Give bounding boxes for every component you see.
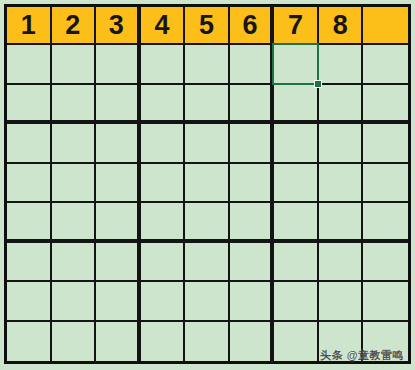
- grid-cell-r5-c3[interactable]: [96, 203, 141, 243]
- header-cell-5[interactable]: 5: [185, 7, 230, 45]
- grid-cell-r7-c9[interactable]: [363, 282, 408, 322]
- grid-cell-r8-c3[interactable]: [96, 322, 141, 362]
- grid-cell-r8-c1[interactable]: [7, 322, 52, 362]
- grid-cell-r1-c6[interactable]: [230, 45, 275, 85]
- grid-cell-r3-c6[interactable]: [230, 124, 275, 164]
- header-cell-9[interactable]: [363, 7, 408, 45]
- grid-cell-r8-c7[interactable]: [274, 322, 319, 362]
- grid-cell-r3-c5[interactable]: [185, 124, 230, 164]
- grid-cell-r2-c7[interactable]: [274, 85, 319, 125]
- grid-cell-r2-c5[interactable]: [185, 85, 230, 125]
- grid-cell-r1-c5[interactable]: [185, 45, 230, 85]
- grid-cell-r5-c8[interactable]: [319, 203, 364, 243]
- grid-cell-r7-c5[interactable]: [185, 282, 230, 322]
- grid-cell-r1-c3[interactable]: [96, 45, 141, 85]
- grid-cell-r6-c2[interactable]: [52, 243, 97, 283]
- grid-cell-r5-c7[interactable]: [274, 203, 319, 243]
- grid-cell-r2-c3[interactable]: [96, 85, 141, 125]
- grid-cell-r4-c5[interactable]: [185, 164, 230, 204]
- grid-cell-r3-c2[interactable]: [52, 124, 97, 164]
- grid-cell-r5-c9[interactable]: [363, 203, 408, 243]
- grid-cell-r1-c7[interactable]: [274, 45, 319, 85]
- grid-cell-r8-c4[interactable]: [141, 322, 186, 362]
- grid-cell-r4-c3[interactable]: [96, 164, 141, 204]
- number-grid-board: 12345678: [4, 4, 411, 364]
- grid-cell-r4-c1[interactable]: [7, 164, 52, 204]
- grid-cell-r6-c6[interactable]: [230, 243, 275, 283]
- grid-cell-r1-c1[interactable]: [7, 45, 52, 85]
- header-cell-1[interactable]: 1: [7, 7, 52, 45]
- grid-cell-r6-c9[interactable]: [363, 243, 408, 283]
- grid-cell-r7-c8[interactable]: [319, 282, 364, 322]
- grid-cell-r7-c3[interactable]: [96, 282, 141, 322]
- header-cell-2[interactable]: 2: [52, 7, 97, 45]
- grid-cell-r7-c4[interactable]: [141, 282, 186, 322]
- header-cell-6[interactable]: 6: [230, 7, 275, 45]
- grid-cell-r3-c4[interactable]: [141, 124, 186, 164]
- grid-cell-r4-c2[interactable]: [52, 164, 97, 204]
- grid-cell-r3-c7[interactable]: [274, 124, 319, 164]
- grid-cell-r2-c9[interactable]: [363, 85, 408, 125]
- grid-cell-r6-c8[interactable]: [319, 243, 364, 283]
- grid-cell-r5-c6[interactable]: [230, 203, 275, 243]
- grid-cell-r1-c4[interactable]: [141, 45, 186, 85]
- grid-cell-r8-c2[interactable]: [52, 322, 97, 362]
- grid-cell-r6-c1[interactable]: [7, 243, 52, 283]
- grid-cell-r8-c5[interactable]: [185, 322, 230, 362]
- grid-cell-r2-c2[interactable]: [52, 85, 97, 125]
- grid-cell-r7-c1[interactable]: [7, 282, 52, 322]
- grid-cell-r4-c7[interactable]: [274, 164, 319, 204]
- grid-cell-r1-c9[interactable]: [363, 45, 408, 85]
- grid-cell-r4-c9[interactable]: [363, 164, 408, 204]
- grid-cell-r4-c8[interactable]: [319, 164, 364, 204]
- grid-cell-r3-c3[interactable]: [96, 124, 141, 164]
- grid-cell-r1-c8[interactable]: [319, 45, 364, 85]
- grid-cell-r6-c3[interactable]: [96, 243, 141, 283]
- grid-cell-r2-c8[interactable]: [319, 85, 364, 125]
- grid-cell-r3-c9[interactable]: [363, 124, 408, 164]
- watermark-text: 头条 @童教雷鸣: [320, 348, 404, 363]
- grid-cell-r6-c7[interactable]: [274, 243, 319, 283]
- grid-cell-r7-c6[interactable]: [230, 282, 275, 322]
- grid-cell-r4-c4[interactable]: [141, 164, 186, 204]
- grid-cell-r5-c5[interactable]: [185, 203, 230, 243]
- grid-cell-r2-c6[interactable]: [230, 85, 275, 125]
- grid-cell-r2-c1[interactable]: [7, 85, 52, 125]
- grid-cell-r7-c2[interactable]: [52, 282, 97, 322]
- grid-cell-r5-c2[interactable]: [52, 203, 97, 243]
- grid-cell-r5-c1[interactable]: [7, 203, 52, 243]
- grid-cell-r5-c4[interactable]: [141, 203, 186, 243]
- selection-border: [272, 43, 319, 85]
- header-cell-4[interactable]: 4: [141, 7, 186, 45]
- header-cell-7[interactable]: 7: [274, 7, 319, 45]
- grid-cell-r7-c7[interactable]: [274, 282, 319, 322]
- grid-cell-r3-c1[interactable]: [7, 124, 52, 164]
- grid-cell-r1-c2[interactable]: [52, 45, 97, 85]
- header-cell-3[interactable]: 3: [96, 7, 141, 45]
- grid-cell-r2-c4[interactable]: [141, 85, 186, 125]
- grid-cell-r6-c5[interactable]: [185, 243, 230, 283]
- header-cell-8[interactable]: 8: [319, 7, 364, 45]
- grid-cell-r6-c4[interactable]: [141, 243, 186, 283]
- grid-cell-r3-c8[interactable]: [319, 124, 364, 164]
- grid-cell-r8-c6[interactable]: [230, 322, 275, 362]
- grid-cell-r4-c6[interactable]: [230, 164, 275, 204]
